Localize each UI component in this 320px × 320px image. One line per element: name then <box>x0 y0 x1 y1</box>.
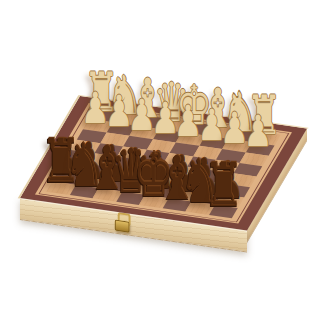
white-pawn: ♟ <box>240 109 276 152</box>
scene: ♜♞♝♛♚♝♞♜♟♟♟♟♟♟♟♟♟♟♟♟♟♟♟♟♜♞♝♛♚♝♞♜ <box>0 0 320 320</box>
chess-set-product-photo: ♜♞♝♛♚♝♞♜♟♟♟♟♟♟♟♟♟♟♟♟♟♟♟♟♜♞♝♛♚♝♞♜ <box>0 0 320 320</box>
board-squares: ♜♞♝♛♚♝♞♜♟♟♟♟♟♟♟♟♟♟♟♟♟♟♟♟♜♞♝♛♚♝♞♜ <box>46 108 281 218</box>
clasp-plate-icon <box>115 220 130 233</box>
brass-clasp-icon <box>114 212 132 234</box>
black-rook: ♜ <box>203 155 239 215</box>
square-r7c7: ♜ <box>209 204 238 218</box>
